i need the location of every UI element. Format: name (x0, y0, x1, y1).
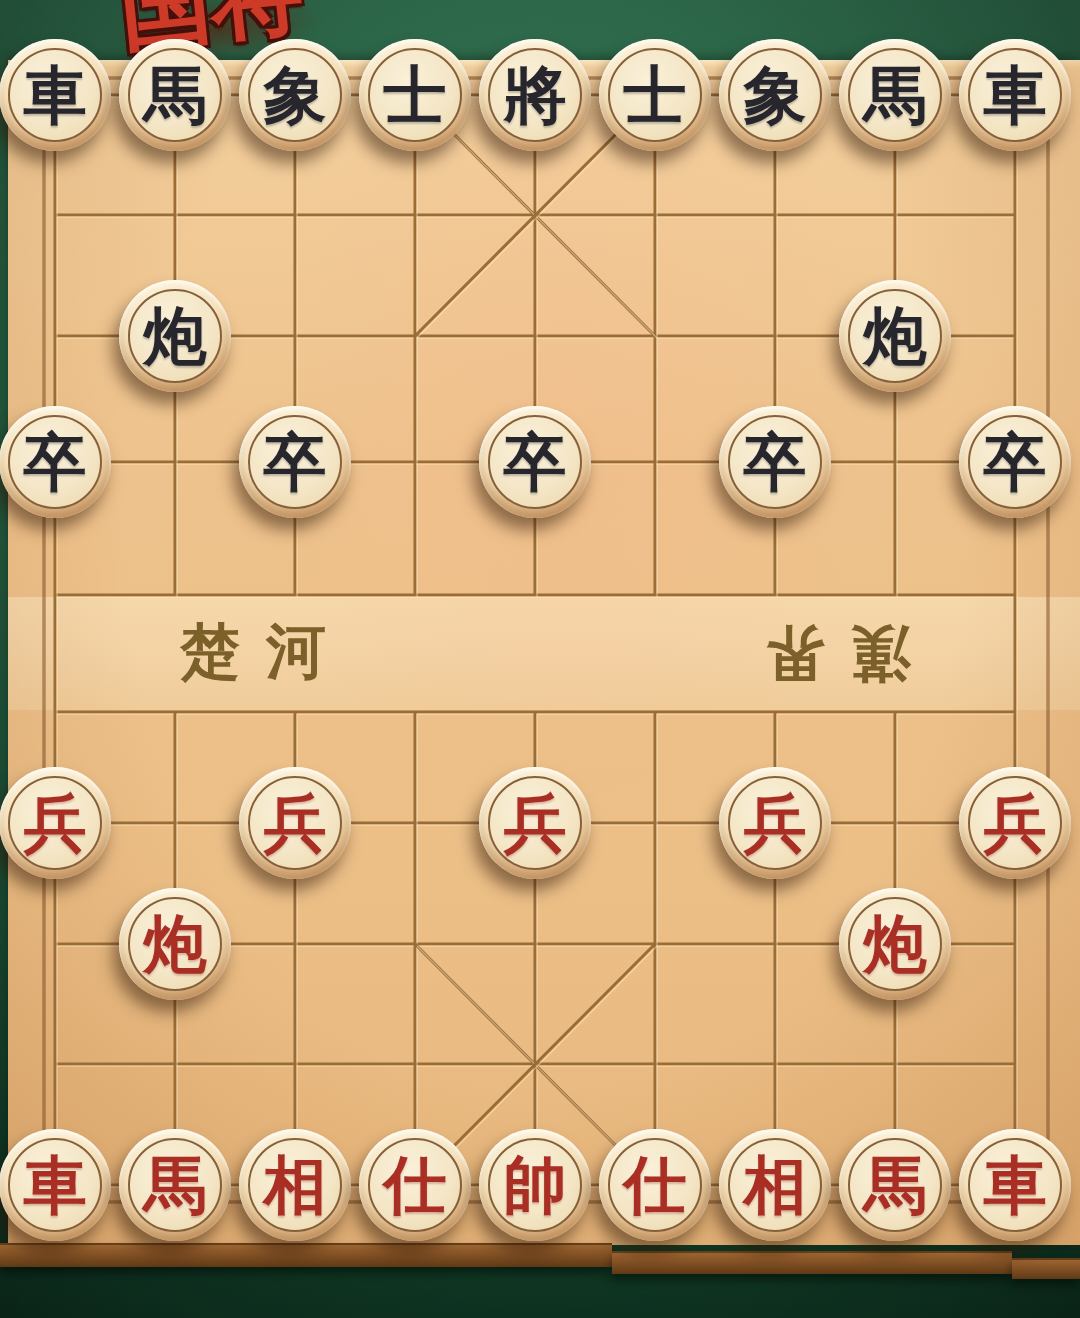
piece-red-soldier[interactable]: 兵 (479, 767, 591, 879)
piece-red-cannon[interactable]: 炮 (119, 888, 231, 1000)
piece-red-soldier[interactable]: 兵 (959, 767, 1071, 879)
piece-face: 士 (608, 48, 702, 142)
piece-character: 相 (744, 1154, 807, 1217)
piece-character: 兵 (504, 792, 567, 855)
river-label-hanjie: 漢界 (739, 612, 937, 693)
piece-black-cannon[interactable]: 炮 (119, 280, 231, 392)
piece-character: 帥 (504, 1154, 567, 1217)
piece-character: 兵 (24, 792, 87, 855)
piece-character: 士 (384, 64, 447, 127)
piece-face: 兵 (728, 776, 822, 870)
piece-black-soldier[interactable]: 卒 (479, 406, 591, 518)
piece-face: 仕 (368, 1138, 462, 1232)
piece-face: 炮 (848, 289, 942, 383)
piece-face: 相 (248, 1138, 342, 1232)
piece-face: 兵 (248, 776, 342, 870)
piece-character: 車 (24, 1154, 87, 1217)
piece-face: 車 (968, 48, 1062, 142)
board-bottom-edge (612, 1251, 1012, 1274)
piece-black-elephant[interactable]: 象 (719, 39, 831, 151)
piece-character: 仕 (384, 1154, 447, 1217)
piece-face: 象 (728, 48, 822, 142)
piece-face: 馬 (128, 48, 222, 142)
piece-red-horse[interactable]: 馬 (119, 1129, 231, 1241)
piece-red-elephant[interactable]: 相 (239, 1129, 351, 1241)
piece-face: 炮 (128, 897, 222, 991)
piece-character: 相 (264, 1154, 327, 1217)
piece-face: 卒 (488, 415, 582, 509)
piece-character: 馬 (864, 64, 927, 127)
piece-red-advisor[interactable]: 仕 (599, 1129, 711, 1241)
piece-character: 兵 (264, 792, 327, 855)
piece-red-soldier[interactable]: 兵 (0, 767, 111, 879)
piece-character: 象 (744, 64, 807, 127)
piece-character: 馬 (864, 1154, 927, 1217)
piece-face: 將 (488, 48, 582, 142)
piece-face: 士 (368, 48, 462, 142)
xiangqi-app-screen: 楚河 漢界 国将 車馬象士將士象馬車炮炮卒卒卒卒卒兵兵兵兵兵炮炮車馬相仕帥仕相馬… (0, 0, 1080, 1318)
piece-red-soldier[interactable]: 兵 (719, 767, 831, 879)
piece-face: 兵 (968, 776, 1062, 870)
piece-black-general[interactable]: 將 (479, 39, 591, 151)
piece-black-advisor[interactable]: 士 (599, 39, 711, 151)
piece-character: 炮 (864, 913, 927, 976)
piece-character: 卒 (24, 431, 87, 494)
piece-face: 象 (248, 48, 342, 142)
piece-character: 車 (984, 64, 1047, 127)
piece-black-cannon[interactable]: 炮 (839, 280, 951, 392)
piece-face: 相 (728, 1138, 822, 1232)
piece-character: 將 (504, 64, 567, 127)
piece-character: 卒 (264, 431, 327, 494)
piece-character: 馬 (144, 64, 207, 127)
piece-character: 炮 (144, 913, 207, 976)
piece-face: 馬 (848, 48, 942, 142)
piece-character: 兵 (744, 792, 807, 855)
piece-red-elephant[interactable]: 相 (719, 1129, 831, 1241)
piece-character: 卒 (504, 431, 567, 494)
piece-red-horse[interactable]: 馬 (839, 1129, 951, 1241)
piece-black-advisor[interactable]: 士 (359, 39, 471, 151)
piece-black-soldier[interactable]: 卒 (0, 406, 111, 518)
piece-character: 車 (984, 1154, 1047, 1217)
piece-character: 馬 (144, 1154, 207, 1217)
piece-red-soldier[interactable]: 兵 (239, 767, 351, 879)
piece-character: 士 (624, 64, 687, 127)
piece-character: 象 (264, 64, 327, 127)
piece-face: 車 (8, 48, 102, 142)
piece-character: 卒 (744, 431, 807, 494)
piece-face: 仕 (608, 1138, 702, 1232)
piece-face: 兵 (8, 776, 102, 870)
piece-face: 卒 (968, 415, 1062, 509)
piece-black-elephant[interactable]: 象 (239, 39, 351, 151)
piece-character: 卒 (984, 431, 1047, 494)
piece-face: 卒 (8, 415, 102, 509)
piece-black-soldier[interactable]: 卒 (959, 406, 1071, 518)
board-bottom-edge (0, 1243, 612, 1267)
piece-face: 炮 (848, 897, 942, 991)
piece-face: 炮 (128, 289, 222, 383)
piece-red-chariot[interactable]: 車 (959, 1129, 1071, 1241)
piece-face: 帥 (488, 1138, 582, 1232)
piece-black-horse[interactable]: 馬 (839, 39, 951, 151)
piece-red-general[interactable]: 帥 (479, 1129, 591, 1241)
piece-character: 炮 (144, 305, 207, 368)
piece-red-cannon[interactable]: 炮 (839, 888, 951, 1000)
piece-face: 車 (968, 1138, 1062, 1232)
piece-face: 馬 (128, 1138, 222, 1232)
piece-face: 卒 (248, 415, 342, 509)
piece-face: 馬 (848, 1138, 942, 1232)
piece-character: 兵 (984, 792, 1047, 855)
river-label-chuhe: 楚河 (154, 612, 352, 693)
piece-character: 炮 (864, 305, 927, 368)
piece-character: 仕 (624, 1154, 687, 1217)
piece-face: 卒 (728, 415, 822, 509)
board-bottom-edge (1012, 1258, 1080, 1279)
piece-black-soldier[interactable]: 卒 (239, 406, 351, 518)
piece-face: 車 (8, 1138, 102, 1232)
piece-black-soldier[interactable]: 卒 (719, 406, 831, 518)
piece-character: 車 (24, 64, 87, 127)
piece-face: 兵 (488, 776, 582, 870)
piece-black-chariot[interactable]: 車 (959, 39, 1071, 151)
piece-black-chariot[interactable]: 車 (0, 39, 111, 151)
piece-red-advisor[interactable]: 仕 (359, 1129, 471, 1241)
piece-red-chariot[interactable]: 車 (0, 1129, 111, 1241)
piece-black-horse[interactable]: 馬 (119, 39, 231, 151)
